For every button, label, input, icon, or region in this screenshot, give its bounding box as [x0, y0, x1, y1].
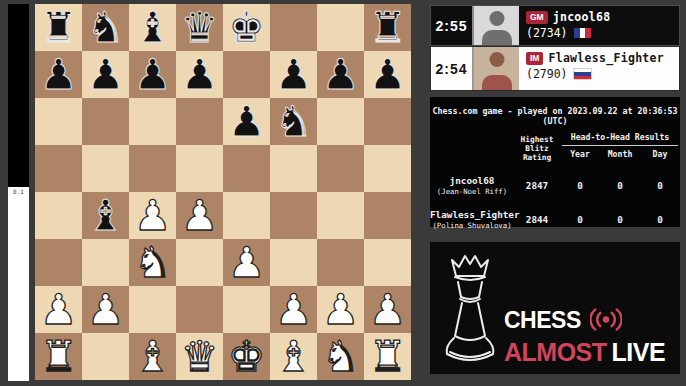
piece-black-rook: ♜	[369, 4, 407, 51]
table-row: jncool68 (Jean-Noel Riff) 2847 0 0 0	[430, 175, 680, 196]
square-e6: ♟	[223, 98, 270, 145]
square-b5	[82, 145, 129, 192]
piece-black-pawn: ♟	[322, 51, 360, 98]
piece-white-queen: ♛	[181, 333, 219, 380]
square-c7: ♟	[129, 51, 176, 98]
piece-black-pawn: ♟	[369, 51, 407, 98]
square-d2	[176, 286, 223, 333]
head-to-head-table: Highest Blitz Rating Head-to-Head Result…	[430, 132, 680, 230]
square-e4	[223, 192, 270, 239]
piece-white-rook: ♜	[40, 333, 78, 380]
square-c4: ♟	[129, 192, 176, 239]
piece-white-pawn: ♟	[228, 239, 266, 286]
piece-black-bishop: ♝	[87, 192, 125, 239]
rating-bottom: (2790)	[526, 67, 568, 81]
col-group-head-to-head: Head-to-Head Results	[562, 132, 678, 146]
france-flag-icon	[574, 28, 591, 38]
square-h3	[364, 239, 411, 286]
square-a3	[35, 239, 82, 286]
square-h6	[364, 98, 411, 145]
clock-top: 2:55	[431, 6, 474, 45]
square-a7: ♟	[35, 51, 82, 98]
piece-white-knight: ♞	[322, 333, 360, 380]
avatar-torso	[482, 75, 512, 90]
square-g5	[317, 145, 364, 192]
square-h7: ♟	[364, 51, 411, 98]
cell-year: 0	[560, 180, 600, 191]
player-card-bottom: 2:54 IM Flawless_Fighter (2790)	[430, 46, 680, 91]
square-a2: ♟	[35, 286, 82, 333]
square-d7: ♟	[176, 51, 223, 98]
square-h8: ♜	[364, 4, 411, 51]
square-g6	[317, 98, 364, 145]
piece-white-pawn: ♟	[322, 286, 360, 333]
square-d6	[176, 98, 223, 145]
clock-bottom: 2:54	[431, 47, 474, 90]
square-h2: ♟	[364, 286, 411, 333]
row-username: jncool68	[430, 175, 514, 186]
square-e3: ♟	[223, 239, 270, 286]
eval-value: 0.1	[8, 187, 29, 196]
piece-black-pawn: ♟	[275, 51, 313, 98]
chess-board: ♜♞♝♛♚♜♟♟♟♟♟♟♟♟♞♝♟♟♞♟♟♟♟♟♟♜♝♛♚♝♞♜	[35, 4, 411, 380]
square-f8	[270, 4, 317, 51]
square-g8	[317, 4, 364, 51]
square-a6	[35, 98, 82, 145]
col-header-year: Year	[560, 149, 600, 159]
piece-white-pawn: ♟	[134, 192, 172, 239]
eval-bar: 0.1	[8, 4, 29, 381]
square-a4	[35, 192, 82, 239]
piece-black-king: ♚	[228, 4, 266, 51]
square-c3: ♞	[129, 239, 176, 286]
piece-black-bishop: ♝	[134, 4, 172, 51]
piece-black-pawn: ♟	[87, 51, 125, 98]
cell-year: 0	[560, 214, 600, 225]
avatar-head	[489, 52, 504, 67]
cell-month: 0	[600, 180, 640, 191]
cell-highest-blitz: 2847	[514, 180, 560, 191]
piece-black-knight: ♞	[87, 4, 125, 51]
square-g1: ♞	[317, 333, 364, 380]
square-h1: ♜	[364, 333, 411, 380]
square-a8: ♜	[35, 4, 82, 51]
col-header-highest-blitz: Highest Blitz Rating	[514, 132, 560, 162]
title-badge-gm: GM	[526, 11, 548, 24]
square-f5	[270, 145, 317, 192]
square-g7: ♟	[317, 51, 364, 98]
square-g3	[317, 239, 364, 286]
player-card-top: 2:55 GM jncool68 (2734)	[430, 5, 680, 46]
piece-black-pawn: ♟	[181, 51, 219, 98]
square-e5	[223, 145, 270, 192]
title-badge-im: IM	[526, 52, 543, 65]
chess-almost-live-logo: CHESS ALMOSTLIVE	[430, 242, 680, 374]
piece-white-bishop: ♝	[134, 333, 172, 380]
piece-black-queen: ♛	[181, 4, 219, 51]
piece-black-pawn: ♟	[40, 51, 78, 98]
piece-white-pawn: ♟	[369, 286, 407, 333]
square-f7: ♟	[270, 51, 317, 98]
logo-word-chess: CHESS	[504, 305, 581, 334]
square-d4: ♟	[176, 192, 223, 239]
rating-top: (2734)	[526, 26, 568, 40]
piece-white-bishop: ♝	[275, 333, 313, 380]
sketched-rook-icon	[438, 250, 502, 368]
square-b3	[82, 239, 129, 286]
square-g2: ♟	[317, 286, 364, 333]
piece-black-pawn: ♟	[134, 51, 172, 98]
eval-bar-white-section: 0.1	[8, 187, 29, 381]
square-e1: ♚	[223, 333, 270, 380]
row-real-name: (Polina Shuvalova)	[430, 221, 514, 230]
avatar-torso	[482, 30, 512, 45]
row-username: Flawless_Fighter	[430, 209, 514, 220]
square-c1: ♝	[129, 333, 176, 380]
logo-word-almost: ALMOST	[504, 337, 607, 366]
username-bottom: Flawless_Fighter	[548, 51, 664, 65]
piece-white-pawn: ♟	[181, 192, 219, 239]
square-e2	[223, 286, 270, 333]
table-row: Flawless_Fighter (Polina Shuvalova) 2844…	[430, 209, 680, 230]
piece-white-pawn: ♟	[87, 286, 125, 333]
russia-flag-icon	[574, 69, 591, 79]
square-f3	[270, 239, 317, 286]
square-h4	[364, 192, 411, 239]
square-f4	[270, 192, 317, 239]
piece-white-rook: ♜	[369, 333, 407, 380]
username-top: jncool68	[553, 10, 611, 24]
piece-white-pawn: ♟	[275, 286, 313, 333]
square-b8: ♞	[82, 4, 129, 51]
logo-word-live: LIVE	[612, 337, 666, 366]
square-a1: ♜	[35, 333, 82, 380]
square-b2: ♟	[82, 286, 129, 333]
col-header-month: Month	[600, 149, 640, 159]
stream-video-frame[interactable]: 0.1 ♜♞♝♛♚♜♟♟♟♟♟♟♟♟♞♝♟♟♞♟♟♟♟♟♟♜♝♛♚♝♞♜ 2:5…	[0, 0, 686, 386]
square-f6: ♞	[270, 98, 317, 145]
square-c5	[129, 145, 176, 192]
piece-black-knight: ♞	[275, 98, 313, 145]
avatar-head	[489, 11, 504, 26]
square-f2: ♟	[270, 286, 317, 333]
square-d3	[176, 239, 223, 286]
game-info-header: Chess.com game - played on 2023.09.22 at…	[430, 97, 680, 126]
square-b4: ♝	[82, 192, 129, 239]
square-b7: ♟	[82, 51, 129, 98]
square-f1: ♝	[270, 333, 317, 380]
square-d8: ♛	[176, 4, 223, 51]
square-b1	[82, 333, 129, 380]
broadcast-signal-icon	[590, 308, 622, 331]
piece-white-pawn: ♟	[40, 286, 78, 333]
square-d5	[176, 145, 223, 192]
piece-white-knight: ♞	[134, 239, 172, 286]
cell-day: 0	[640, 180, 680, 191]
square-e8: ♚	[223, 4, 270, 51]
piece-black-rook: ♜	[40, 4, 78, 51]
square-d1: ♛	[176, 333, 223, 380]
piece-black-pawn: ♟	[228, 98, 266, 145]
square-b6	[82, 98, 129, 145]
square-g4	[317, 192, 364, 239]
game-info-panel: Chess.com game - played on 2023.09.22 at…	[430, 97, 680, 227]
cell-month: 0	[600, 214, 640, 225]
square-h5	[364, 145, 411, 192]
col-header-day: Day	[640, 149, 680, 159]
cell-highest-blitz: 2844	[514, 214, 560, 225]
square-c6	[129, 98, 176, 145]
square-a5	[35, 145, 82, 192]
square-c2	[129, 286, 176, 333]
piece-white-king: ♚	[228, 333, 266, 380]
square-e7	[223, 51, 270, 98]
row-real-name: (Jean-Noel Riff)	[430, 187, 514, 196]
avatar-bottom	[474, 47, 519, 90]
square-c8: ♝	[129, 4, 176, 51]
cell-day: 0	[640, 214, 680, 225]
avatar-top	[474, 6, 519, 45]
